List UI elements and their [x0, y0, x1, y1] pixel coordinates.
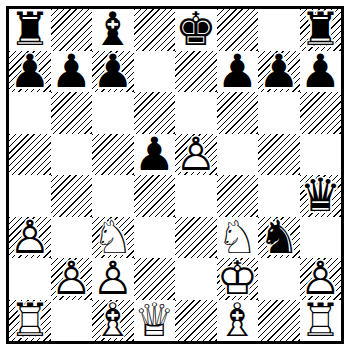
- square-g7[interactable]: ♟: [258, 51, 300, 93]
- black-p-piece: ♟: [9, 51, 51, 93]
- black-p-piece: ♟: [258, 51, 300, 93]
- square-d5[interactable]: ♟: [134, 134, 176, 176]
- square-b7[interactable]: ♟: [51, 51, 93, 93]
- black-p-piece: ♟: [92, 51, 134, 93]
- black-n-piece: ♞: [258, 217, 300, 259]
- white-q-piece: ♕: [134, 300, 176, 342]
- white-r-piece-fill: ♜: [9, 300, 51, 342]
- square-g1[interactable]: [258, 300, 300, 342]
- square-h1[interactable]: ♜♖: [300, 300, 342, 342]
- square-a4[interactable]: [9, 175, 51, 217]
- square-a5[interactable]: [9, 134, 51, 176]
- square-b8[interactable]: [51, 9, 93, 51]
- square-f3[interactable]: ♞♘: [217, 217, 259, 259]
- square-e8[interactable]: ♚: [175, 9, 217, 51]
- square-b6[interactable]: [51, 92, 93, 134]
- white-p-piece-fill: ♟: [9, 217, 51, 259]
- square-h2[interactable]: ♟♙: [300, 258, 342, 300]
- black-p-piece: ♟: [134, 134, 176, 176]
- square-f2[interactable]: ♚♔: [217, 258, 259, 300]
- square-c6[interactable]: [92, 92, 134, 134]
- black-p-piece: ♟: [300, 51, 342, 93]
- square-c5[interactable]: [92, 134, 134, 176]
- square-f6[interactable]: [217, 92, 259, 134]
- square-b5[interactable]: [51, 134, 93, 176]
- white-p-piece: ♙: [175, 134, 217, 176]
- black-b-piece: ♝: [92, 9, 134, 51]
- square-h3[interactable]: [300, 217, 342, 259]
- square-g5[interactable]: [258, 134, 300, 176]
- square-a2[interactable]: [9, 258, 51, 300]
- white-b-piece: ♗: [217, 300, 259, 342]
- square-b3[interactable]: [51, 217, 93, 259]
- square-f7[interactable]: ♟: [217, 51, 259, 93]
- black-k-piece: ♚: [175, 9, 217, 51]
- square-c7[interactable]: ♟: [92, 51, 134, 93]
- white-p-piece-fill: ♟: [175, 134, 217, 176]
- chess-board: ♜♝♚♜♟♟♟♟♟♟♟♟♙♛♟♙♞♘♞♘♞♟♙♟♙♚♔♟♙♜♖♝♗♛♕♝♗♜♖: [6, 6, 344, 344]
- square-f1[interactable]: ♝♗: [217, 300, 259, 342]
- square-e1[interactable]: [175, 300, 217, 342]
- white-b-piece: ♗: [92, 300, 134, 342]
- square-a7[interactable]: ♟: [9, 51, 51, 93]
- square-e5[interactable]: ♟♙: [175, 134, 217, 176]
- white-n-piece-fill: ♞: [92, 217, 134, 259]
- white-r-piece-fill: ♜: [300, 300, 342, 342]
- square-g6[interactable]: [258, 92, 300, 134]
- white-p-piece: ♙: [92, 258, 134, 300]
- black-p-piece: ♟: [217, 51, 259, 93]
- square-c2[interactable]: ♟♙: [92, 258, 134, 300]
- square-a3[interactable]: ♟♙: [9, 217, 51, 259]
- chess-diagram: ♜♝♚♜♟♟♟♟♟♟♟♟♙♛♟♙♞♘♞♘♞♟♙♟♙♚♔♟♙♜♖♝♗♛♕♝♗♜♖: [0, 0, 350, 350]
- white-k-piece: ♔: [217, 258, 259, 300]
- white-p-piece: ♙: [300, 258, 342, 300]
- square-e3[interactable]: [175, 217, 217, 259]
- square-d2[interactable]: [134, 258, 176, 300]
- square-b4[interactable]: [51, 175, 93, 217]
- square-h6[interactable]: [300, 92, 342, 134]
- square-f8[interactable]: [217, 9, 259, 51]
- white-q-piece-fill: ♛: [134, 300, 176, 342]
- black-r-piece: ♜: [300, 9, 342, 51]
- square-d6[interactable]: [134, 92, 176, 134]
- square-d8[interactable]: [134, 9, 176, 51]
- black-q-piece: ♛: [300, 175, 342, 217]
- square-d3[interactable]: [134, 217, 176, 259]
- square-h8[interactable]: ♜: [300, 9, 342, 51]
- square-d1[interactable]: ♛♕: [134, 300, 176, 342]
- square-g4[interactable]: [258, 175, 300, 217]
- white-n-piece-fill: ♞: [217, 217, 259, 259]
- white-p-piece-fill: ♟: [300, 258, 342, 300]
- white-n-piece: ♘: [217, 217, 259, 259]
- square-e7[interactable]: [175, 51, 217, 93]
- square-d4[interactable]: [134, 175, 176, 217]
- square-f4[interactable]: [217, 175, 259, 217]
- white-p-piece: ♙: [9, 217, 51, 259]
- square-a1[interactable]: ♜♖: [9, 300, 51, 342]
- white-p-piece-fill: ♟: [92, 258, 134, 300]
- white-k-piece-fill: ♚: [217, 258, 259, 300]
- white-p-piece-fill: ♟: [51, 258, 93, 300]
- square-f5[interactable]: [217, 134, 259, 176]
- square-e4[interactable]: [175, 175, 217, 217]
- white-n-piece: ♘: [92, 217, 134, 259]
- square-c3[interactable]: ♞♘: [92, 217, 134, 259]
- square-e6[interactable]: [175, 92, 217, 134]
- square-c4[interactable]: [92, 175, 134, 217]
- square-h4[interactable]: ♛: [300, 175, 342, 217]
- square-e2[interactable]: [175, 258, 217, 300]
- square-b1[interactable]: [51, 300, 93, 342]
- white-b-piece-fill: ♝: [92, 300, 134, 342]
- white-b-piece-fill: ♝: [217, 300, 259, 342]
- white-r-piece: ♖: [300, 300, 342, 342]
- square-a8[interactable]: ♜: [9, 9, 51, 51]
- square-g2[interactable]: [258, 258, 300, 300]
- square-g8[interactable]: [258, 9, 300, 51]
- black-p-piece: ♟: [51, 51, 93, 93]
- square-d7[interactable]: [134, 51, 176, 93]
- square-c8[interactable]: ♝: [92, 9, 134, 51]
- square-c1[interactable]: ♝♗: [92, 300, 134, 342]
- square-h7[interactable]: ♟: [300, 51, 342, 93]
- square-g3[interactable]: ♞: [258, 217, 300, 259]
- white-r-piece: ♖: [9, 300, 51, 342]
- white-p-piece: ♙: [51, 258, 93, 300]
- square-a6[interactable]: [9, 92, 51, 134]
- black-r-piece: ♜: [9, 9, 51, 51]
- square-b2[interactable]: ♟♙: [51, 258, 93, 300]
- square-h5[interactable]: [300, 134, 342, 176]
